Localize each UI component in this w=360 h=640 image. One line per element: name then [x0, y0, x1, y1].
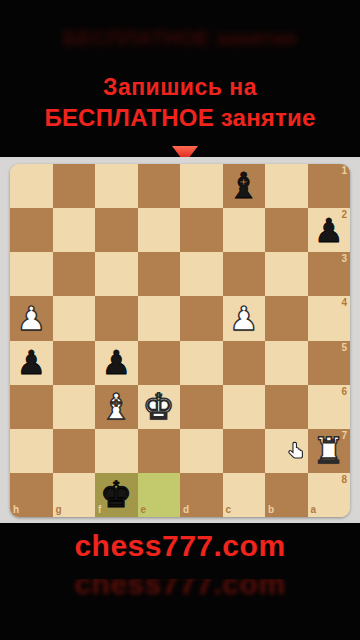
bottom-banner: chess777.com chess777.com [0, 523, 360, 640]
video-frame: БЕСПЛАТНОЕ занятие Запишись на БЕСПЛАТНО… [0, 0, 360, 640]
square-a8[interactable]: 8a [308, 473, 351, 517]
square-d1[interactable] [180, 164, 223, 208]
square-c3[interactable] [223, 252, 266, 296]
rank-label-8: 8 [341, 475, 347, 485]
site-url: chess777.com [0, 529, 360, 563]
square-d8[interactable]: d [180, 473, 223, 517]
square-e5[interactable] [138, 341, 181, 385]
square-g7[interactable] [53, 429, 96, 473]
rank-label-6: 6 [341, 387, 347, 397]
square-e2[interactable] [138, 208, 181, 252]
square-f2[interactable] [95, 208, 138, 252]
square-h5[interactable]: ♟ [10, 341, 53, 385]
file-label-e: e [141, 505, 147, 515]
square-c7[interactable] [223, 429, 266, 473]
promo-line-2: БЕСПЛАТНОЕ занятие [0, 104, 360, 132]
square-a2[interactable]: 2♟ [308, 208, 351, 252]
square-b6[interactable] [265, 385, 308, 429]
file-label-b: b [268, 505, 274, 515]
square-f5[interactable]: ♟ [95, 341, 138, 385]
square-g4[interactable] [53, 296, 96, 340]
square-g5[interactable] [53, 341, 96, 385]
square-f6[interactable]: ♝ [95, 385, 138, 429]
square-f3[interactable] [95, 252, 138, 296]
black-pawn-a2[interactable]: ♟ [308, 208, 351, 252]
square-b3[interactable] [265, 252, 308, 296]
square-e3[interactable] [138, 252, 181, 296]
square-e6[interactable]: ♚ [138, 385, 181, 429]
file-label-d: d [183, 505, 189, 515]
square-c6[interactable] [223, 385, 266, 429]
square-a6[interactable]: 6 [308, 385, 351, 429]
board-area: ♝12♟3♟♟4♟♟5♝♚67♜hgf♚edcb8a [0, 157, 360, 523]
black-king-f8[interactable]: ♚ [95, 473, 138, 517]
square-a5[interactable]: 5 [308, 341, 351, 385]
square-h4[interactable]: ♟ [10, 296, 53, 340]
square-h8[interactable]: h [10, 473, 53, 517]
square-a3[interactable]: 3 [308, 252, 351, 296]
square-f4[interactable] [95, 296, 138, 340]
square-d7[interactable] [180, 429, 223, 473]
white-bishop-f6[interactable]: ♝ [95, 385, 138, 429]
chess-board[interactable]: ♝12♟3♟♟4♟♟5♝♚67♜hgf♚edcb8a [10, 164, 350, 517]
square-c1[interactable]: ♝ [223, 164, 266, 208]
file-label-h: h [13, 505, 19, 515]
square-g8[interactable]: g [53, 473, 96, 517]
rank-label-3: 3 [341, 254, 347, 264]
black-bishop-c1[interactable]: ♝ [223, 164, 266, 208]
square-b4[interactable] [265, 296, 308, 340]
black-pawn-h5[interactable]: ♟ [10, 341, 53, 385]
square-c5[interactable] [223, 341, 266, 385]
rank-label-5: 5 [341, 343, 347, 353]
white-pawn-c4[interactable]: ♟ [223, 296, 266, 340]
square-h2[interactable] [10, 208, 53, 252]
square-g2[interactable] [53, 208, 96, 252]
black-pawn-f5[interactable]: ♟ [95, 341, 138, 385]
square-d5[interactable] [180, 341, 223, 385]
square-g3[interactable] [53, 252, 96, 296]
square-c2[interactable] [223, 208, 266, 252]
file-label-g: g [56, 505, 62, 515]
square-d6[interactable] [180, 385, 223, 429]
square-f7[interactable] [95, 429, 138, 473]
square-d2[interactable] [180, 208, 223, 252]
square-b8[interactable]: b [265, 473, 308, 517]
file-label-c: c [226, 505, 232, 515]
square-h7[interactable] [10, 429, 53, 473]
square-h1[interactable] [10, 164, 53, 208]
square-b5[interactable] [265, 341, 308, 385]
top-banner: БЕСПЛАТНОЕ занятие Запишись на БЕСПЛАТНО… [0, 0, 360, 157]
square-e7[interactable] [138, 429, 181, 473]
square-e1[interactable] [138, 164, 181, 208]
square-a1[interactable]: 1 [308, 164, 351, 208]
square-e4[interactable] [138, 296, 181, 340]
promo-line-1: Запишись на [0, 74, 360, 101]
faded-red-artifact: БЕСПЛАТНОЕ занятие [0, 26, 360, 58]
square-a7[interactable]: 7♜ [308, 429, 351, 473]
faded-url-text: chess777.com [0, 579, 360, 601]
square-g6[interactable] [53, 385, 96, 429]
square-f1[interactable] [95, 164, 138, 208]
cursor-hand-icon [286, 440, 308, 464]
square-d3[interactable] [180, 252, 223, 296]
square-b1[interactable] [265, 164, 308, 208]
square-g1[interactable] [53, 164, 96, 208]
faded-url-reflection: chess777.com [0, 579, 360, 605]
white-rook-a7[interactable]: ♜ [308, 429, 351, 473]
square-c8[interactable]: c [223, 473, 266, 517]
white-king-e6[interactable]: ♚ [138, 385, 181, 429]
square-c4[interactable]: ♟ [223, 296, 266, 340]
square-e8[interactable]: e [138, 473, 181, 517]
square-h3[interactable] [10, 252, 53, 296]
square-h6[interactable] [10, 385, 53, 429]
square-f8[interactable]: f♚ [95, 473, 138, 517]
square-a4[interactable]: 4 [308, 296, 351, 340]
rank-label-1: 1 [341, 166, 347, 176]
file-label-a: a [311, 505, 317, 515]
white-pawn-h4[interactable]: ♟ [10, 296, 53, 340]
square-d4[interactable] [180, 296, 223, 340]
square-b2[interactable] [265, 208, 308, 252]
rank-label-4: 4 [341, 298, 347, 308]
